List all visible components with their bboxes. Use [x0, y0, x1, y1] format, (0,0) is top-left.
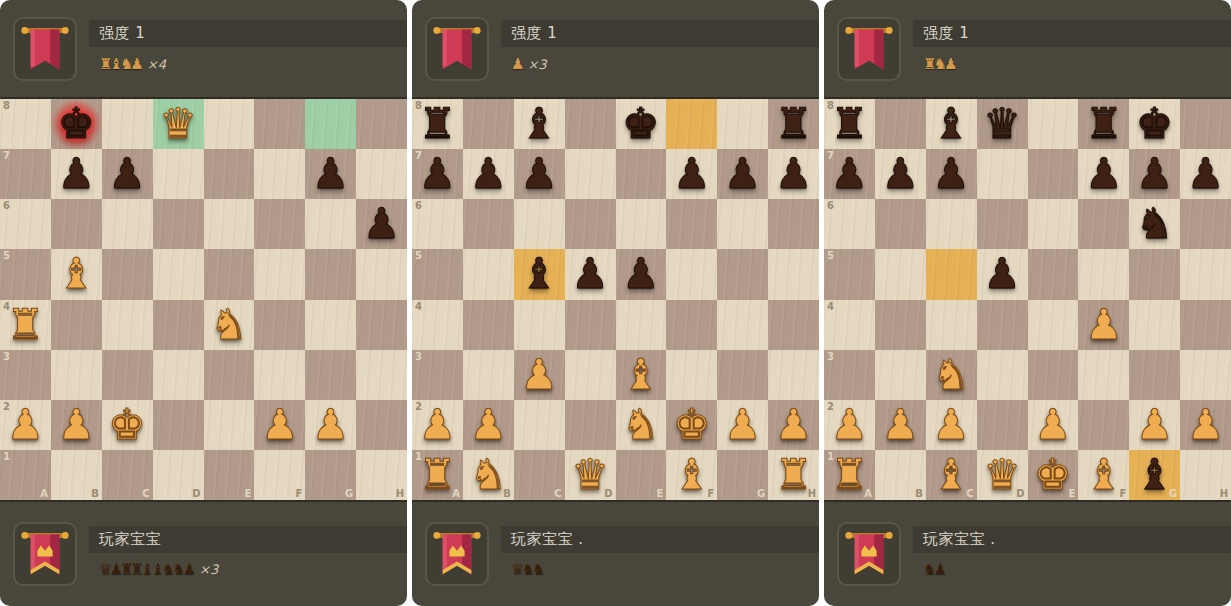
square-d7[interactable]	[977, 149, 1028, 199]
black-pawn[interactable]: ♟	[469, 153, 507, 195]
square-c2[interactable]: ♚	[102, 400, 153, 450]
square-c3[interactable]: ♟	[514, 350, 565, 400]
black-pawn[interactable]: ♟	[831, 153, 869, 195]
black-rook[interactable]: ♜	[775, 103, 813, 145]
square-e3[interactable]: ♝	[616, 350, 667, 400]
square-e2[interactable]	[204, 400, 255, 450]
square-b7[interactable]: ♟	[51, 149, 102, 199]
square-d6[interactable]	[977, 199, 1028, 249]
black-pawn[interactable]: ♟	[571, 253, 609, 295]
white-pawn[interactable]: ♟	[520, 354, 558, 396]
square-a7[interactable]: 7♟	[412, 149, 463, 199]
square-d4[interactable]	[153, 300, 204, 350]
square-f8[interactable]: ♜	[1078, 99, 1129, 149]
square-b3[interactable]	[875, 350, 926, 400]
captured-multiplier: ×3	[527, 57, 546, 72]
square-e6[interactable]	[204, 199, 255, 249]
square-d3[interactable]	[153, 350, 204, 400]
square-c5[interactable]: ♝	[514, 249, 565, 299]
square-g1[interactable]: G♝	[1129, 450, 1180, 500]
square-f7[interactable]	[254, 149, 305, 199]
white-bishop[interactable]: ♝	[932, 454, 970, 496]
square-a3[interactable]: 3	[824, 350, 875, 400]
square-e6[interactable]	[1028, 199, 1079, 249]
rank-label: 4	[3, 301, 10, 312]
white-pawn[interactable]: ♟	[831, 404, 869, 446]
square-f2[interactable]: ♚	[666, 400, 717, 450]
square-e6[interactable]	[616, 199, 667, 249]
square-d5[interactable]: ♟	[977, 249, 1028, 299]
square-f5[interactable]	[1078, 249, 1129, 299]
square-b2[interactable]: ♟	[463, 400, 514, 450]
square-a6[interactable]: 6	[0, 199, 51, 249]
white-pawn[interactable]: ♟	[1034, 404, 1072, 446]
square-a1[interactable]: 1A♜	[412, 450, 463, 500]
square-c4[interactable]	[514, 300, 565, 350]
square-f5[interactable]	[666, 249, 717, 299]
square-e4[interactable]	[1028, 300, 1079, 350]
square-f3[interactable]	[254, 350, 305, 400]
square-h7[interactable]	[356, 149, 407, 199]
square-d2[interactable]	[153, 400, 204, 450]
square-g6[interactable]: ♞	[1129, 199, 1180, 249]
white-pawn[interactable]: ♟	[7, 404, 45, 446]
black-pawn[interactable]: ♟	[108, 153, 146, 195]
square-a3[interactable]: 3	[0, 350, 51, 400]
square-d4[interactable]	[565, 300, 616, 350]
square-h5[interactable]	[356, 249, 407, 299]
white-king[interactable]: ♚	[108, 404, 146, 446]
white-bishop[interactable]: ♝	[622, 354, 660, 396]
square-c1[interactable]: C	[102, 450, 153, 500]
square-d8[interactable]	[565, 99, 616, 149]
square-g4[interactable]	[717, 300, 768, 350]
black-bishop[interactable]: ♝	[520, 103, 558, 145]
square-f1[interactable]: F♝	[1078, 450, 1129, 500]
red-ribbon-icon	[430, 22, 484, 76]
white-pawn[interactable]: ♟	[261, 404, 299, 446]
chess-board-2: 8♜♝♚♜7♟♟♟♟♟♟65♝♟♟43♟♝2♟♟♞♚♟♟1A♜B♞CD♛EF♝G…	[412, 97, 819, 502]
black-bishop[interactable]: ♝	[932, 103, 970, 145]
square-b4[interactable]	[875, 300, 926, 350]
black-pawn[interactable]: ♟	[881, 153, 919, 195]
white-knight[interactable]: ♞	[622, 404, 660, 446]
square-d8[interactable]: ♛	[977, 99, 1028, 149]
file-label: G	[345, 488, 353, 499]
square-b8[interactable]: ♚	[51, 99, 102, 149]
square-h1[interactable]: H	[356, 450, 407, 500]
square-c6[interactable]	[102, 199, 153, 249]
square-b1[interactable]: B♞	[463, 450, 514, 500]
square-d1[interactable]: D	[153, 450, 204, 500]
square-b6[interactable]	[51, 199, 102, 249]
square-a8[interactable]: 8	[0, 99, 51, 149]
square-e8[interactable]	[204, 99, 255, 149]
square-b2[interactable]: ♟	[875, 400, 926, 450]
square-h7[interactable]: ♟	[768, 149, 819, 199]
black-queen[interactable]: ♛	[983, 103, 1021, 145]
square-c1[interactable]: C	[514, 450, 565, 500]
rank-label: 3	[3, 351, 10, 362]
square-g8[interactable]	[305, 99, 356, 149]
white-pawn[interactable]: ♟	[881, 404, 919, 446]
square-e3[interactable]	[1028, 350, 1079, 400]
rank-label: 3	[827, 351, 834, 362]
square-e4[interactable]	[616, 300, 667, 350]
square-h5[interactable]	[1180, 249, 1231, 299]
square-a6[interactable]: 6	[824, 199, 875, 249]
black-pawn[interactable]: ♟	[1187, 153, 1225, 195]
square-d6[interactable]	[565, 199, 616, 249]
square-a3[interactable]: 3	[412, 350, 463, 400]
square-g7[interactable]: ♟	[305, 149, 356, 199]
black-pawn[interactable]: ♟	[1085, 153, 1123, 195]
player-avatar[interactable]	[13, 522, 77, 586]
square-a1[interactable]: 1A♜	[824, 450, 875, 500]
black-pawn[interactable]: ♟	[983, 253, 1021, 295]
white-rook[interactable]: ♜	[7, 304, 45, 346]
file-label: F	[1119, 488, 1126, 499]
white-pawn[interactable]: ♟	[469, 404, 507, 446]
square-c4[interactable]	[926, 300, 977, 350]
square-b5[interactable]	[875, 249, 926, 299]
square-h7[interactable]: ♟	[1180, 149, 1231, 199]
square-c7[interactable]: ♟	[926, 149, 977, 199]
square-b5[interactable]	[463, 249, 514, 299]
square-c7[interactable]: ♟	[102, 149, 153, 199]
square-g2[interactable]: ♟	[1129, 400, 1180, 450]
white-bishop[interactable]: ♝	[57, 253, 95, 295]
square-e7[interactable]	[616, 149, 667, 199]
rank-label: 5	[415, 250, 422, 261]
square-f4[interactable]	[666, 300, 717, 350]
square-h3[interactable]	[1180, 350, 1231, 400]
square-a4[interactable]: 4	[824, 300, 875, 350]
square-d1[interactable]: D♛	[565, 450, 616, 500]
square-f1[interactable]: F♝	[666, 450, 717, 500]
game-panel-2: 强度 1 ♟×3 8♜♝♚♜7♟♟♟♟♟♟65♝♟♟43♟♝2♟♟♞♚♟♟1A♜…	[412, 0, 819, 606]
square-e7[interactable]	[1028, 149, 1079, 199]
white-pawn[interactable]: ♟	[312, 404, 350, 446]
square-d3[interactable]	[565, 350, 616, 400]
white-pawn[interactable]: ♟	[932, 404, 970, 446]
square-a8[interactable]: 8♜	[412, 99, 463, 149]
square-e1[interactable]: E♚	[1028, 450, 1079, 500]
square-c5[interactable]	[102, 249, 153, 299]
red-ribbon-crown-icon	[18, 527, 72, 581]
square-f4[interactable]	[254, 300, 305, 350]
square-a7[interactable]: 7	[0, 149, 51, 199]
black-king[interactable]: ♚	[622, 103, 660, 145]
square-e1[interactable]: E	[204, 450, 255, 500]
square-a4[interactable]: 4	[412, 300, 463, 350]
square-g2[interactable]: ♟	[717, 400, 768, 450]
square-e2[interactable]: ♟	[1028, 400, 1079, 450]
square-e5[interactable]	[204, 249, 255, 299]
rank-label: 6	[3, 200, 10, 211]
black-pawn[interactable]: ♟	[724, 153, 762, 195]
white-pawn[interactable]: ♟	[1085, 304, 1123, 346]
white-king[interactable]: ♚	[1034, 454, 1072, 496]
square-d6[interactable]	[153, 199, 204, 249]
white-bishop[interactable]: ♝	[673, 454, 711, 496]
square-g1[interactable]: G	[717, 450, 768, 500]
white-knight[interactable]: ♞	[210, 304, 248, 346]
file-label: C	[142, 488, 149, 499]
square-a2[interactable]: 2♟	[0, 400, 51, 450]
square-a4[interactable]: 4♜	[0, 300, 51, 350]
rank-label: 7	[415, 150, 422, 161]
square-g4[interactable]	[1129, 300, 1180, 350]
square-g5[interactable]	[717, 249, 768, 299]
black-pawn[interactable]: ♟	[775, 153, 813, 195]
square-e8[interactable]: ♚	[616, 99, 667, 149]
white-knight[interactable]: ♞	[469, 454, 507, 496]
white-knight[interactable]: ♞	[932, 354, 970, 396]
square-b4[interactable]	[51, 300, 102, 350]
square-g7[interactable]: ♟	[717, 149, 768, 199]
square-h6[interactable]	[768, 199, 819, 249]
captured-knight-icon: ♞	[162, 562, 172, 577]
square-f6[interactable]	[666, 199, 717, 249]
captured-knight-icon: ♞	[521, 562, 531, 577]
square-h2[interactable]	[356, 400, 407, 450]
square-c8[interactable]: ♝	[514, 99, 565, 149]
square-d1[interactable]: D♛	[977, 450, 1028, 500]
white-pawn[interactable]: ♟	[419, 404, 457, 446]
square-h3[interactable]	[768, 350, 819, 400]
opponent-avatar[interactable]	[837, 17, 901, 81]
square-e8[interactable]	[1028, 99, 1079, 149]
square-h5[interactable]	[768, 249, 819, 299]
square-h1[interactable]: H	[1180, 450, 1231, 500]
opponent-avatar[interactable]	[425, 17, 489, 81]
black-pawn[interactable]: ♟	[520, 153, 558, 195]
square-b3[interactable]	[51, 350, 102, 400]
square-f5[interactable]	[254, 249, 305, 299]
square-f6[interactable]	[1078, 199, 1129, 249]
black-pawn[interactable]: ♟	[419, 153, 457, 195]
square-g5[interactable]	[305, 249, 356, 299]
black-pawn[interactable]: ♟	[932, 153, 970, 195]
square-h8[interactable]	[356, 99, 407, 149]
captured-pawn-icon: ♟	[933, 562, 943, 577]
square-g4[interactable]	[305, 300, 356, 350]
file-label: G	[1169, 488, 1177, 499]
player-avatar[interactable]	[425, 522, 489, 586]
square-g3[interactable]	[305, 350, 356, 400]
square-h6[interactable]	[1180, 199, 1231, 249]
player-name: 玩家宝宝 .	[923, 530, 996, 549]
black-knight[interactable]: ♞	[1136, 203, 1174, 245]
player-avatar[interactable]	[837, 522, 901, 586]
player-name-strip: 玩家宝宝 .	[913, 526, 1231, 553]
square-b3[interactable]	[463, 350, 514, 400]
square-f2[interactable]: ♟	[254, 400, 305, 450]
square-b2[interactable]: ♟	[51, 400, 102, 450]
captured-knight-icon: ♞	[172, 562, 182, 577]
rank-label: 6	[827, 200, 834, 211]
square-f8[interactable]	[666, 99, 717, 149]
file-label: E	[657, 488, 664, 499]
square-d7[interactable]	[565, 149, 616, 199]
square-e2[interactable]: ♞	[616, 400, 667, 450]
black-king[interactable]: ♚	[57, 103, 95, 145]
black-pawn[interactable]: ♟	[312, 153, 350, 195]
square-c6[interactable]	[514, 199, 565, 249]
square-b6[interactable]	[875, 199, 926, 249]
square-c1[interactable]: C♝	[926, 450, 977, 500]
square-g5[interactable]	[1129, 249, 1180, 299]
square-h2[interactable]: ♟	[1180, 400, 1231, 450]
player-bar: 玩家宝宝 . ♞♟	[824, 502, 1231, 606]
white-pawn[interactable]: ♟	[1187, 404, 1225, 446]
chess-board-3: 8♜♝♛♜♚7♟♟♟♟♟♟6♞5♟4♟3♞2♟♟♟♟♟♟1A♜BC♝D♛E♚F♝…	[824, 97, 1231, 502]
square-a2[interactable]: 2♟	[412, 400, 463, 450]
square-d5[interactable]	[153, 249, 204, 299]
opponent-name: 强度 1	[511, 24, 557, 43]
square-g2[interactable]: ♟	[305, 400, 356, 450]
square-b7[interactable]: ♟	[875, 149, 926, 199]
square-c3[interactable]: ♞	[926, 350, 977, 400]
square-h4[interactable]	[768, 300, 819, 350]
square-d4[interactable]	[977, 300, 1028, 350]
white-pawn[interactable]: ♟	[724, 404, 762, 446]
square-e1[interactable]: E	[616, 450, 667, 500]
square-d7[interactable]	[153, 149, 204, 199]
file-label: H	[808, 488, 816, 499]
rank-label: 1	[3, 451, 10, 462]
white-pawn[interactable]: ♟	[775, 404, 813, 446]
white-pawn[interactable]: ♟	[1136, 404, 1174, 446]
black-rook[interactable]: ♜	[1085, 103, 1123, 145]
white-rook[interactable]: ♜	[419, 454, 457, 496]
black-king[interactable]: ♚	[1136, 103, 1174, 145]
square-a1[interactable]: 1A	[0, 450, 51, 500]
square-b1[interactable]: B	[51, 450, 102, 500]
square-f3[interactable]	[1078, 350, 1129, 400]
square-b1[interactable]: B	[875, 450, 926, 500]
black-bishop[interactable]: ♝	[520, 253, 558, 295]
square-g1[interactable]: G	[305, 450, 356, 500]
square-d3[interactable]	[977, 350, 1028, 400]
white-queen[interactable]: ♛	[159, 103, 197, 145]
square-h6[interactable]: ♟	[356, 199, 407, 249]
square-f6[interactable]	[254, 199, 305, 249]
square-c5[interactable]	[926, 249, 977, 299]
black-pawn[interactable]: ♟	[363, 203, 401, 245]
square-e5[interactable]	[1028, 249, 1079, 299]
square-g6[interactable]	[717, 199, 768, 249]
square-h8[interactable]	[1180, 99, 1231, 149]
captured-pawn-icon: ♟	[183, 562, 193, 577]
white-king[interactable]: ♚	[673, 404, 711, 446]
square-h1[interactable]: H♜	[768, 450, 819, 500]
file-label: E	[245, 488, 252, 499]
white-bishop[interactable]: ♝	[1085, 454, 1123, 496]
square-h3[interactable]	[356, 350, 407, 400]
square-d2[interactable]	[977, 400, 1028, 450]
square-c2[interactable]	[514, 400, 565, 450]
square-e5[interactable]: ♟	[616, 249, 667, 299]
square-a6[interactable]: 6	[412, 199, 463, 249]
square-h8[interactable]: ♜	[768, 99, 819, 149]
square-g8[interactable]: ♚	[1129, 99, 1180, 149]
square-c2[interactable]: ♟	[926, 400, 977, 450]
square-f3[interactable]	[666, 350, 717, 400]
black-pawn[interactable]: ♟	[1136, 153, 1174, 195]
square-e3[interactable]	[204, 350, 255, 400]
square-a5[interactable]: 5	[824, 249, 875, 299]
square-a2[interactable]: 2♟	[824, 400, 875, 450]
white-pawn[interactable]: ♟	[57, 404, 95, 446]
black-pawn[interactable]: ♟	[622, 253, 660, 295]
square-f7[interactable]: ♟	[1078, 149, 1129, 199]
square-b5[interactable]: ♝	[51, 249, 102, 299]
square-d2[interactable]	[565, 400, 616, 450]
square-c3[interactable]	[102, 350, 153, 400]
square-g3[interactable]	[717, 350, 768, 400]
square-b7[interactable]: ♟	[463, 149, 514, 199]
captured-rook-icon: ♜	[923, 57, 933, 72]
square-f1[interactable]: F	[254, 450, 305, 500]
square-h2[interactable]: ♟	[768, 400, 819, 450]
square-f2[interactable]	[1078, 400, 1129, 450]
square-b8[interactable]	[875, 99, 926, 149]
square-d8[interactable]: ♛	[153, 99, 204, 149]
square-b4[interactable]	[463, 300, 514, 350]
square-b6[interactable]	[463, 199, 514, 249]
black-pawn[interactable]: ♟	[673, 153, 711, 195]
square-g3[interactable]	[1129, 350, 1180, 400]
square-f7[interactable]: ♟	[666, 149, 717, 199]
square-c6[interactable]	[926, 199, 977, 249]
square-a5[interactable]: 5	[0, 249, 51, 299]
black-bishop[interactable]: ♝	[1136, 454, 1174, 496]
square-b8[interactable]	[463, 99, 514, 149]
square-a5[interactable]: 5	[412, 249, 463, 299]
square-h4[interactable]	[1180, 300, 1231, 350]
square-a8[interactable]: 8♜	[824, 99, 875, 149]
opponent-name-strip: 强度 1	[913, 20, 1231, 47]
square-a7[interactable]: 7♟	[824, 149, 875, 199]
square-e4[interactable]: ♞	[204, 300, 255, 350]
opponent-captured-pieces: ♜♞♟	[913, 51, 1231, 77]
square-c4[interactable]	[102, 300, 153, 350]
white-rook[interactable]: ♜	[831, 454, 869, 496]
file-label: B	[503, 488, 511, 499]
black-pawn[interactable]: ♟	[57, 153, 95, 195]
square-e7[interactable]	[204, 149, 255, 199]
black-rook[interactable]: ♜	[419, 103, 457, 145]
square-g6[interactable]	[305, 199, 356, 249]
black-rook[interactable]: ♜	[831, 103, 869, 145]
opponent-avatar[interactable]	[13, 17, 77, 81]
square-c7[interactable]: ♟	[514, 149, 565, 199]
square-g8[interactable]	[717, 99, 768, 149]
square-c8[interactable]	[102, 99, 153, 149]
square-f4[interactable]: ♟	[1078, 300, 1129, 350]
chess-app: 强度 1 ♜♝♞♟×4 8♚♛7♟♟♟6♟5♝4♜♞32♟♟♚♟♟1ABCDEF…	[0, 0, 1231, 606]
square-f8[interactable]	[254, 99, 305, 149]
square-c8[interactable]: ♝	[926, 99, 977, 149]
square-h4[interactable]	[356, 300, 407, 350]
square-g7[interactable]: ♟	[1129, 149, 1180, 199]
file-label: A	[40, 488, 48, 499]
game-panel-3: 强度 1 ♜♞♟ 8♜♝♛♜♚7♟♟♟♟♟♟6♞5♟4♟3♞2♟♟♟♟♟♟1A♜…	[824, 0, 1231, 606]
captured-pawn-icon: ♟	[109, 562, 119, 577]
square-d5[interactable]: ♟	[565, 249, 616, 299]
